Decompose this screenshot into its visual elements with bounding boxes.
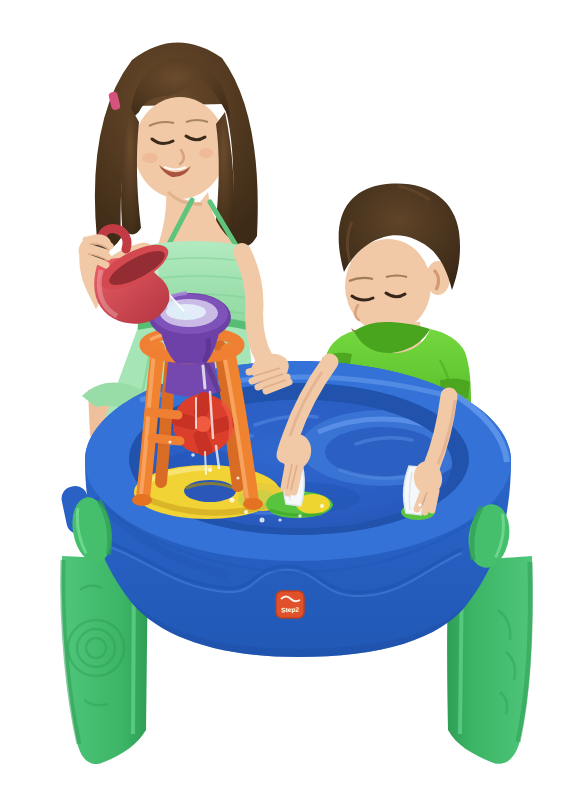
girl-face bbox=[134, 97, 226, 199]
product-photo-canvas: Step2 bbox=[0, 0, 587, 800]
brand-logo-badge: Step2 bbox=[276, 591, 304, 618]
scene-illustration: Step2 bbox=[0, 0, 587, 800]
